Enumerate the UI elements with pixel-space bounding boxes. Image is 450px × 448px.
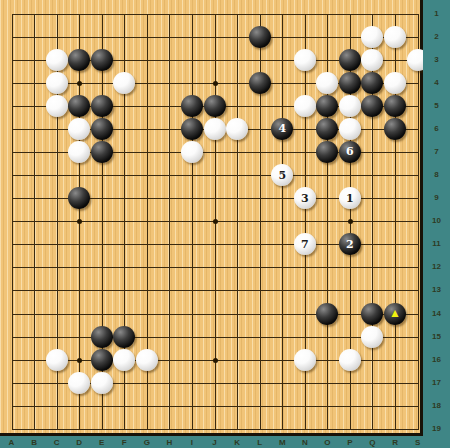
stone-Q4[interactable] <box>361 72 383 94</box>
stone-P9[interactable]: 1 <box>339 187 361 209</box>
row-label-11: 11 <box>423 239 450 248</box>
row-label-8: 8 <box>423 170 450 179</box>
column-label-strip: ABCDEFGHIJKLMNOPQRS <box>0 436 423 448</box>
grid-line-horizontal <box>12 406 419 407</box>
stone-E15[interactable] <box>91 326 113 348</box>
stone-I6[interactable] <box>181 118 203 140</box>
row-label-1: 1 <box>423 9 450 18</box>
stone-P3[interactable] <box>339 49 361 71</box>
stone-P6[interactable] <box>339 118 361 140</box>
stone-C5[interactable] <box>46 95 68 117</box>
stone-R6[interactable] <box>384 118 406 140</box>
column-label-R: R <box>387 438 403 447</box>
row-label-strip: 12345678910111213141516171819 <box>423 0 450 448</box>
stone-E3[interactable] <box>91 49 113 71</box>
stone-P16[interactable] <box>339 349 361 371</box>
column-label-E: E <box>94 438 110 447</box>
column-label-P: P <box>342 438 358 447</box>
stone-I5[interactable] <box>181 95 203 117</box>
row-label-3: 3 <box>423 55 450 64</box>
stone-Q3[interactable] <box>361 49 383 71</box>
stone-O7[interactable] <box>316 141 338 163</box>
stone-E5[interactable] <box>91 95 113 117</box>
column-label-B: B <box>26 438 42 447</box>
stone-D3[interactable] <box>68 49 90 71</box>
grid-line-horizontal <box>12 267 419 268</box>
column-label-K: K <box>229 438 245 447</box>
stone-C3[interactable] <box>46 49 68 71</box>
stone-G16[interactable] <box>136 349 158 371</box>
column-label-A: A <box>4 438 20 447</box>
column-label-N: N <box>297 438 313 447</box>
stone-F15[interactable] <box>113 326 135 348</box>
stone-E7[interactable] <box>91 141 113 163</box>
stone-N9[interactable]: 3 <box>294 187 316 209</box>
stone-Q2[interactable] <box>361 26 383 48</box>
column-label-D: D <box>71 438 87 447</box>
go-diagram-screen: 4653172▲ 12345678910111213141516171819 A… <box>0 0 450 448</box>
stone-E6[interactable] <box>91 118 113 140</box>
stone-E17[interactable] <box>91 372 113 394</box>
row-label-2: 2 <box>423 32 450 41</box>
row-label-16: 16 <box>423 355 450 364</box>
stone-I7[interactable] <box>181 141 203 163</box>
stone-P4[interactable] <box>339 72 361 94</box>
column-label-F: F <box>116 438 132 447</box>
row-label-7: 7 <box>423 147 450 156</box>
row-label-13: 13 <box>423 285 450 294</box>
column-label-S: S <box>410 438 426 447</box>
stone-N11[interactable]: 7 <box>294 233 316 255</box>
row-label-17: 17 <box>423 378 450 387</box>
row-label-10: 10 <box>423 216 450 225</box>
column-label-Q: Q <box>364 438 380 447</box>
move-number-label: 2 <box>346 239 354 250</box>
stone-D17[interactable] <box>68 372 90 394</box>
stone-C16[interactable] <box>46 349 68 371</box>
stone-D9[interactable] <box>68 187 90 209</box>
row-label-12: 12 <box>423 262 450 271</box>
stone-L2[interactable] <box>249 26 271 48</box>
row-label-4: 4 <box>423 78 450 87</box>
stone-D6[interactable] <box>68 118 90 140</box>
stone-J6[interactable] <box>204 118 226 140</box>
move-number-label: 1 <box>346 193 354 204</box>
column-label-M: M <box>274 438 290 447</box>
stone-F16[interactable] <box>113 349 135 371</box>
row-label-19: 19 <box>423 424 450 433</box>
stone-P11[interactable]: 2 <box>339 233 361 255</box>
column-label-C: C <box>49 438 65 447</box>
column-label-L: L <box>252 438 268 447</box>
grid-line-vertical <box>237 14 238 430</box>
grid-line-horizontal <box>12 290 419 291</box>
stone-N3[interactable] <box>294 49 316 71</box>
column-label-H: H <box>161 438 177 447</box>
stone-C4[interactable] <box>46 72 68 94</box>
stone-K6[interactable] <box>226 118 248 140</box>
triangle-mark-icon: ▲ <box>389 307 401 319</box>
grid-line-horizontal <box>12 337 419 338</box>
go-board[interactable]: 4653172▲ <box>0 0 423 436</box>
stone-O6[interactable] <box>316 118 338 140</box>
stone-O14[interactable] <box>316 303 338 325</box>
row-label-9: 9 <box>423 193 450 202</box>
grid-line-horizontal <box>12 429 419 430</box>
star-point <box>213 219 218 224</box>
stone-M6[interactable]: 4 <box>271 118 293 140</box>
star-point <box>77 358 82 363</box>
move-number-label: 4 <box>278 123 286 134</box>
stone-Q5[interactable] <box>361 95 383 117</box>
stone-P7[interactable]: 6 <box>339 141 361 163</box>
stone-Q15[interactable] <box>361 326 383 348</box>
stone-R2[interactable] <box>384 26 406 48</box>
stone-L4[interactable] <box>249 72 271 94</box>
stone-N5[interactable] <box>294 95 316 117</box>
stone-D7[interactable] <box>68 141 90 163</box>
star-point <box>77 219 82 224</box>
stone-N16[interactable] <box>294 349 316 371</box>
star-point <box>348 219 353 224</box>
row-label-5: 5 <box>423 101 450 110</box>
grid-line-horizontal <box>12 314 419 315</box>
stone-F4[interactable] <box>113 72 135 94</box>
star-point <box>213 358 218 363</box>
grid-line-vertical <box>418 14 419 430</box>
move-number-label: 3 <box>301 193 309 204</box>
column-label-G: G <box>139 438 155 447</box>
stone-P5[interactable] <box>339 95 361 117</box>
row-label-14: 14 <box>423 309 450 318</box>
move-number-label: 5 <box>278 170 286 181</box>
stone-R4[interactable] <box>384 72 406 94</box>
stone-O5[interactable] <box>316 95 338 117</box>
grid-line-vertical <box>282 14 283 430</box>
column-label-J: J <box>207 438 223 447</box>
stone-M8[interactable]: 5 <box>271 164 293 186</box>
column-label-I: I <box>184 438 200 447</box>
column-label-O: O <box>319 438 335 447</box>
move-number-label: 6 <box>346 146 354 157</box>
row-label-6: 6 <box>423 124 450 133</box>
row-label-15: 15 <box>423 332 450 341</box>
stone-J5[interactable] <box>204 95 226 117</box>
row-label-18: 18 <box>423 401 450 410</box>
move-number-label: 7 <box>301 239 309 250</box>
stone-O4[interactable] <box>316 72 338 94</box>
stone-E16[interactable] <box>91 349 113 371</box>
stone-Q14[interactable] <box>361 303 383 325</box>
star-point <box>77 81 82 86</box>
star-point <box>213 81 218 86</box>
stone-R14[interactable]: ▲ <box>384 303 406 325</box>
stone-R5[interactable] <box>384 95 406 117</box>
stone-D5[interactable] <box>68 95 90 117</box>
